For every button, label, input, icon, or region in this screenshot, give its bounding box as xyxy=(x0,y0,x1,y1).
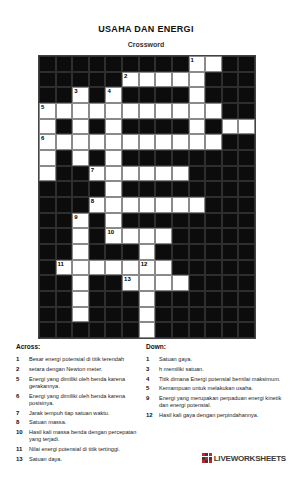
crossword-cell-black xyxy=(189,150,206,166)
clue-item-text: setara dengan Newton meter. xyxy=(29,366,102,373)
crossword-cell-black xyxy=(222,213,239,229)
crossword-cell-white[interactable] xyxy=(72,150,89,166)
crossword-cell-white[interactable] xyxy=(139,72,156,88)
page-subtitle: Crossword xyxy=(0,41,292,48)
crossword-cell-black xyxy=(238,322,255,338)
crossword-cell-black xyxy=(56,56,73,72)
crossword-cell-black xyxy=(238,291,255,307)
crossword-cell-black xyxy=(122,322,139,338)
crossword-cell-white[interactable]: 6 xyxy=(39,134,56,150)
clue-number-9: 9 xyxy=(74,214,77,221)
crossword-cell-black xyxy=(155,291,172,307)
crossword-cell-black xyxy=(56,181,73,197)
crossword-cell-black xyxy=(205,181,222,197)
crossword-cell-black xyxy=(189,275,206,291)
clue-item-text: Energi yang merupakan perpaduan energi k… xyxy=(159,395,292,410)
crossword-cell-white[interactable] xyxy=(105,150,122,166)
crossword-cell-black xyxy=(238,244,255,260)
crossword-cell-black xyxy=(122,150,139,166)
crossword-cell-black xyxy=(105,72,122,88)
crossword-cell-black xyxy=(39,197,56,213)
crossword-cell-white[interactable] xyxy=(155,197,172,213)
crossword-cell-white[interactable] xyxy=(39,119,56,135)
clue-item-number: 5 xyxy=(16,376,29,391)
crossword-cell-black xyxy=(222,228,239,244)
crossword-cell-white[interactable] xyxy=(122,197,139,213)
crossword-cell-black xyxy=(122,291,139,307)
clue-item-text: Hasil kali massa benda dengan percepatan… xyxy=(29,429,140,444)
crossword-cell-white[interactable] xyxy=(155,103,172,119)
liveworksheets-logo-text: LIVEWORKSHEETS xyxy=(214,454,286,463)
logo-dot xyxy=(209,460,212,463)
crossword-cell-black xyxy=(172,150,189,166)
crossword-cell-black xyxy=(222,307,239,323)
across-header: Across: xyxy=(16,343,140,350)
crossword-cell-black xyxy=(122,244,139,260)
crossword-cell-black xyxy=(56,244,73,260)
crossword-cell-white[interactable] xyxy=(72,307,89,323)
crossword-cell-white[interactable] xyxy=(122,260,139,276)
crossword-cell-black xyxy=(105,291,122,307)
crossword-cell-black xyxy=(238,213,255,229)
crossword-cell-white[interactable] xyxy=(189,103,206,119)
clue-item-number: 6 xyxy=(16,393,29,408)
crossword-cell-white[interactable] xyxy=(122,166,139,182)
crossword-cell-white[interactable]: 3 xyxy=(72,87,89,103)
crossword-cell-black xyxy=(39,72,56,88)
crossword-cell-black xyxy=(105,275,122,291)
crossword-cell-white[interactable] xyxy=(122,228,139,244)
crossword-cell-black xyxy=(139,213,156,229)
clue-item: 7Jarak tempuh tiap satuan waktu. xyxy=(16,410,140,417)
across-clues: Across: 1Besar energi potensial di titik… xyxy=(16,343,140,466)
clue-item-number: 2 xyxy=(16,366,29,373)
crossword-cell-black xyxy=(89,87,106,103)
crossword-cell-black xyxy=(155,56,172,72)
crossword-cell-black xyxy=(89,213,106,229)
crossword-cell-black xyxy=(205,87,222,103)
crossword-cell-white[interactable] xyxy=(56,103,73,119)
crossword-cell-black xyxy=(122,87,139,103)
crossword-cell-black xyxy=(189,307,206,323)
crossword-cell-black xyxy=(172,87,189,103)
crossword-cell-black xyxy=(89,307,106,323)
page-title: USAHA DAN ENERGI xyxy=(0,24,292,34)
clue-number-8: 8 xyxy=(91,198,94,205)
crossword-cell-white[interactable] xyxy=(105,134,122,150)
clue-item: 5Kemampuan untuk melakukan usaha. xyxy=(146,385,292,392)
crossword-cell-white[interactable] xyxy=(189,134,206,150)
crossword-cell-black xyxy=(89,244,106,260)
down-clues: Down: 1Satuan gaya.3h memiliki satuan.4T… xyxy=(146,343,292,422)
crossword-cell-black xyxy=(72,72,89,88)
crossword-cell-white[interactable] xyxy=(89,134,106,150)
crossword-cell-black xyxy=(222,244,239,260)
clue-item-number: 7 xyxy=(16,410,29,417)
crossword-cell-white[interactable] xyxy=(139,322,156,338)
crossword-cell-black xyxy=(155,150,172,166)
crossword-cell-white[interactable]: 12 xyxy=(139,260,156,276)
crossword-cell-white[interactable]: 4 xyxy=(105,87,122,103)
crossword-cell-white[interactable]: 8 xyxy=(89,197,106,213)
clue-item: 10Hasil kali massa benda dengan percepat… xyxy=(16,429,140,444)
crossword-cell-black xyxy=(39,56,56,72)
crossword-cell-white[interactable] xyxy=(205,103,222,119)
crossword-cell-black xyxy=(89,322,106,338)
crossword-cell-black xyxy=(222,56,239,72)
crossword-cell-white[interactable] xyxy=(139,228,156,244)
crossword-cell-black xyxy=(238,275,255,291)
crossword-cell-white[interactable] xyxy=(89,260,106,276)
crossword-cell-black xyxy=(122,213,139,229)
crossword-cell-white[interactable]: 5 xyxy=(39,103,56,119)
crossword-cell-white[interactable] xyxy=(205,56,222,72)
crossword-cell-black xyxy=(238,181,255,197)
crossword-cell-black xyxy=(189,181,206,197)
clue-item: 13Satuan daya. xyxy=(16,456,140,463)
clue-item: 3h memiliki satuan. xyxy=(146,366,292,373)
crossword-cell-white[interactable] xyxy=(139,244,156,260)
crossword-cell-black xyxy=(155,307,172,323)
crossword-cell-black xyxy=(222,150,239,166)
clue-number-5: 5 xyxy=(41,104,44,111)
clue-item-number: 4 xyxy=(146,376,159,383)
crossword-cell-black xyxy=(172,181,189,197)
crossword-cell-black xyxy=(238,197,255,213)
crossword-cell-white[interactable] xyxy=(72,119,89,135)
crossword-cell-black xyxy=(72,56,89,72)
clue-item-number: 12 xyxy=(146,412,159,419)
crossword-cell-white[interactable] xyxy=(205,134,222,150)
crossword-cell-white[interactable] xyxy=(72,275,89,291)
crossword-cell-white[interactable] xyxy=(105,260,122,276)
crossword-cell-white[interactable] xyxy=(89,103,106,119)
crossword-cell-black xyxy=(39,275,56,291)
crossword-cell-black xyxy=(155,87,172,103)
crossword-cell-black xyxy=(172,119,189,135)
down-clue-list: 1Satuan gaya.3h memiliki satuan.4Titik d… xyxy=(146,356,292,419)
crossword-cell-white[interactable] xyxy=(139,134,156,150)
across-clue-list: 1Besar energi potensial di titik terenda… xyxy=(16,356,140,463)
crossword-cell-black xyxy=(56,197,73,213)
clue-item-number: 5 xyxy=(146,385,159,392)
crossword-cell-black xyxy=(222,103,239,119)
crossword-cell-black xyxy=(105,307,122,323)
crossword-cell-black xyxy=(238,228,255,244)
crossword-cell-black xyxy=(172,56,189,72)
crossword-cell-black xyxy=(238,150,255,166)
clue-item-text: Satuan gaya. xyxy=(159,356,192,363)
clue-number-3: 3 xyxy=(74,88,77,95)
clue-item-text: Besar energi potensial di titik terendah xyxy=(29,356,124,363)
crossword-cell-black xyxy=(139,119,156,135)
crossword-cell-black xyxy=(189,322,206,338)
crossword-cell-black xyxy=(205,72,222,88)
crossword-cell-black xyxy=(222,134,239,150)
crossword-cell-black xyxy=(222,72,239,88)
crossword-cell-black xyxy=(205,213,222,229)
crossword-cell-white[interactable] xyxy=(172,103,189,119)
crossword-cell-white[interactable] xyxy=(105,103,122,119)
crossword-cell-white[interactable] xyxy=(155,72,172,88)
crossword-cell-black xyxy=(205,275,222,291)
crossword-cell-black xyxy=(89,181,106,197)
crossword-cell-white[interactable] xyxy=(122,134,139,150)
crossword-cell-black xyxy=(39,322,56,338)
clue-number-13: 13 xyxy=(124,276,131,283)
clue-item-text: Jarak tempuh tiap satuan waktu. xyxy=(29,410,110,417)
crossword-cell-white[interactable] xyxy=(155,228,172,244)
crossword-cell-black xyxy=(222,87,239,103)
crossword-cell-black xyxy=(39,291,56,307)
crossword-cell-white[interactable]: 10 xyxy=(105,228,122,244)
crossword-cell-white[interactable] xyxy=(72,103,89,119)
crossword-cell-white[interactable] xyxy=(155,166,172,182)
crossword-cell-black xyxy=(56,228,73,244)
crossword-cell-black xyxy=(189,213,206,229)
clue-item: 5Energi yang dimiliki oleh benda karena … xyxy=(16,376,140,391)
crossword-cell-white[interactable] xyxy=(238,119,255,135)
liveworksheets-dots-icon xyxy=(202,453,212,463)
clue-item-text: Kemampuan untuk melakukan usaha. xyxy=(159,385,253,392)
clue-number-4: 4 xyxy=(107,88,110,95)
crossword-cell-black xyxy=(56,291,73,307)
crossword-cell-white[interactable] xyxy=(72,291,89,307)
crossword-cell-black xyxy=(72,197,89,213)
crossword-grid: 12345678910111213 xyxy=(38,55,256,339)
crossword-cell-black xyxy=(39,181,56,197)
crossword-cell-white[interactable] xyxy=(222,119,239,135)
clue-item-text: Energi yang dimiliki oleh benda karena g… xyxy=(29,376,140,391)
crossword-cell-black xyxy=(39,228,56,244)
crossword-cell-black xyxy=(39,260,56,276)
crossword-cell-black xyxy=(122,181,139,197)
crossword-cell-white[interactable] xyxy=(39,150,56,166)
crossword-cell-white[interactable] xyxy=(139,291,156,307)
crossword-cell-white[interactable] xyxy=(172,134,189,150)
crossword-cell-black xyxy=(105,244,122,260)
crossword-cell-black xyxy=(222,322,239,338)
clue-item-text: h memiliki satuan. xyxy=(159,366,204,373)
clue-item-number: 11 xyxy=(16,446,29,453)
clue-item-number: 8 xyxy=(16,419,29,426)
clue-item: 11Nilai energi potensial di titik tertin… xyxy=(16,446,140,453)
crossword-cell-black xyxy=(172,244,189,260)
crossword-cell-black xyxy=(89,291,106,307)
crossword-cell-black xyxy=(139,181,156,197)
clue-item: 9Energi yang merupakan perpaduan energi … xyxy=(146,395,292,410)
crossword-cell-white[interactable]: 1 xyxy=(189,56,206,72)
crossword-cell-white[interactable] xyxy=(189,119,206,135)
crossword-cell-black xyxy=(105,56,122,72)
clue-item-text: Satuan daya. xyxy=(29,456,62,463)
clue-item-number: 10 xyxy=(16,429,29,444)
crossword-cell-black xyxy=(238,72,255,88)
crossword-cell-black xyxy=(56,275,73,291)
crossword-cell-black xyxy=(72,322,89,338)
crossword-cell-black xyxy=(89,72,106,88)
crossword-cell-white[interactable] xyxy=(172,197,189,213)
crossword-cell-black xyxy=(189,260,206,276)
crossword-cell-black xyxy=(222,291,239,307)
crossword-cell-black xyxy=(139,87,156,103)
crossword-cell-black xyxy=(238,56,255,72)
crossword-cell-black xyxy=(205,166,222,182)
clue-item: 1Besar energi potensial di titik terenda… xyxy=(16,356,140,363)
crossword-cell-white[interactable] xyxy=(72,228,89,244)
crossword-cell-black xyxy=(205,291,222,307)
crossword-cell-black xyxy=(205,307,222,323)
crossword-cell-black xyxy=(56,307,73,323)
crossword-cell-white[interactable] xyxy=(72,134,89,150)
crossword-cell-white[interactable] xyxy=(105,181,122,197)
crossword-cell-black xyxy=(238,134,255,150)
crossword-cell-white[interactable] xyxy=(139,103,156,119)
crossword-cell-black xyxy=(172,213,189,229)
crossword-cell-white[interactable] xyxy=(105,213,122,229)
crossword-cell-white[interactable] xyxy=(56,134,73,150)
crossword-cell-black xyxy=(189,228,206,244)
crossword-cell-black xyxy=(222,275,239,291)
crossword-cell-white[interactable]: 2 xyxy=(122,72,139,88)
clue-item-number: 13 xyxy=(16,456,29,463)
crossword-cell-black xyxy=(205,244,222,260)
crossword-cell-white[interactable] xyxy=(139,307,156,323)
crossword-cell-black xyxy=(56,166,73,182)
crossword-cell-black xyxy=(189,291,206,307)
crossword-cell-white[interactable] xyxy=(139,166,156,182)
crossword-cell-black xyxy=(89,150,106,166)
crossword-cell-black xyxy=(172,322,189,338)
clue-item-text: Satuan massa. xyxy=(29,419,66,426)
clue-item-text: Hasil kali gaya dengan perpindahannya. xyxy=(159,412,259,419)
clue-item: 4Titik dimana Energi potensial bernilai … xyxy=(146,376,292,383)
crossword-cell-black xyxy=(155,244,172,260)
crossword-cell-black xyxy=(205,197,222,213)
crossword-cell-black xyxy=(189,244,206,260)
crossword-cell-black xyxy=(89,56,106,72)
crossword-cell-white[interactable] xyxy=(105,119,122,135)
crossword-cell-black xyxy=(205,150,222,166)
crossword-cell-black xyxy=(172,260,189,276)
liveworksheets-logo: LIVEWORKSHEETS xyxy=(202,453,286,463)
clue-item: 12Hasil kali gaya dengan perpindahannya. xyxy=(146,412,292,419)
clue-number-10: 10 xyxy=(107,229,114,236)
crossword-cell-black xyxy=(56,150,73,166)
crossword-cell-white[interactable] xyxy=(139,197,156,213)
crossword-cell-black xyxy=(89,275,106,291)
crossword-cell-black xyxy=(222,260,239,276)
clue-item: 6Energi yang dimiliki oleh benda karena … xyxy=(16,393,140,408)
crossword-cell-black xyxy=(56,322,73,338)
crossword-cell-white[interactable] xyxy=(155,134,172,150)
clue-item-number: 1 xyxy=(146,356,159,363)
crossword-cell-black xyxy=(238,87,255,103)
clue-item: 1Satuan gaya. xyxy=(146,356,292,363)
crossword-cell-black xyxy=(72,181,89,197)
crossword-cell-black xyxy=(205,322,222,338)
crossword-cell-white[interactable]: 9 xyxy=(72,213,89,229)
crossword-cell-black xyxy=(205,260,222,276)
crossword-cell-white[interactable] xyxy=(139,275,156,291)
clue-item-text: Titik dimana Energi potensial bernilai m… xyxy=(159,376,280,383)
crossword-cell-black xyxy=(222,181,239,197)
clue-item-number: 1 xyxy=(16,356,29,363)
crossword-cell-black xyxy=(205,119,222,135)
crossword-cell-black xyxy=(105,322,122,338)
crossword-cell-black xyxy=(172,291,189,307)
clue-number-6: 6 xyxy=(41,135,44,142)
crossword-cell-black xyxy=(172,307,189,323)
crossword-cell-black xyxy=(205,228,222,244)
clue-item: 2setara dengan Newton meter. xyxy=(16,366,140,373)
crossword-cell-white[interactable] xyxy=(189,72,206,88)
crossword-cell-black xyxy=(89,228,106,244)
clue-number-7: 7 xyxy=(91,167,94,174)
crossword-cell-black xyxy=(155,119,172,135)
clue-number-1: 1 xyxy=(191,57,194,64)
crossword-cell-white[interactable] xyxy=(72,244,89,260)
crossword-cell-black xyxy=(238,166,255,182)
crossword-cell-white[interactable] xyxy=(155,260,172,276)
crossword-cell-black xyxy=(89,119,106,135)
crossword-cell-white[interactable] xyxy=(105,166,122,182)
crossword-cell-black xyxy=(172,228,189,244)
crossword-cell-white[interactable]: 7 xyxy=(89,166,106,182)
clue-item-number: 3 xyxy=(146,366,159,373)
clue-number-12: 12 xyxy=(141,261,148,268)
crossword-cell-white[interactable] xyxy=(172,72,189,88)
crossword-cell-white[interactable] xyxy=(172,275,189,291)
clue-item-text: Energi yang dimiliki oleh benda karena p… xyxy=(29,393,140,408)
crossword-cell-white[interactable] xyxy=(155,275,172,291)
crossword-cell-black xyxy=(238,260,255,276)
crossword-cell-black xyxy=(155,322,172,338)
crossword-cell-white[interactable] xyxy=(189,197,206,213)
crossword-cell-white[interactable] xyxy=(72,260,89,276)
crossword-cell-black xyxy=(39,87,56,103)
clue-number-2: 2 xyxy=(124,73,127,80)
crossword-cell-black xyxy=(56,213,73,229)
crossword-cell-black xyxy=(155,213,172,229)
clue-item-number: 9 xyxy=(146,395,159,410)
crossword-cell-black xyxy=(238,103,255,119)
crossword-cell-black xyxy=(122,119,139,135)
crossword-cell-white[interactable] xyxy=(122,103,139,119)
crossword-cell-black xyxy=(155,181,172,197)
crossword-cell-white[interactable] xyxy=(105,197,122,213)
crossword-cell-black xyxy=(39,244,56,260)
clue-item: 8Satuan massa. xyxy=(16,419,140,426)
crossword-cell-white[interactable] xyxy=(189,87,206,103)
crossword-cell-black xyxy=(56,119,73,135)
crossword-cell-black xyxy=(39,213,56,229)
crossword-cell-black xyxy=(39,307,56,323)
crossword-cell-black xyxy=(139,56,156,72)
crossword-cell-white[interactable] xyxy=(172,166,189,182)
crossword-cell-black xyxy=(122,307,139,323)
clue-item-text: Nilai energi potensial di titik tertingg… xyxy=(29,446,120,453)
crossword-cell-black xyxy=(72,166,89,182)
crossword-cell-white[interactable] xyxy=(39,166,56,182)
crossword-cell-black xyxy=(139,150,156,166)
crossword-cell-black xyxy=(56,72,73,88)
crossword-cell-white[interactable]: 13 xyxy=(122,275,139,291)
down-header: Down: xyxy=(146,343,292,350)
crossword-cell-white[interactable]: 11 xyxy=(56,260,73,276)
crossword-cell-black xyxy=(122,56,139,72)
crossword-cell-black xyxy=(222,197,239,213)
